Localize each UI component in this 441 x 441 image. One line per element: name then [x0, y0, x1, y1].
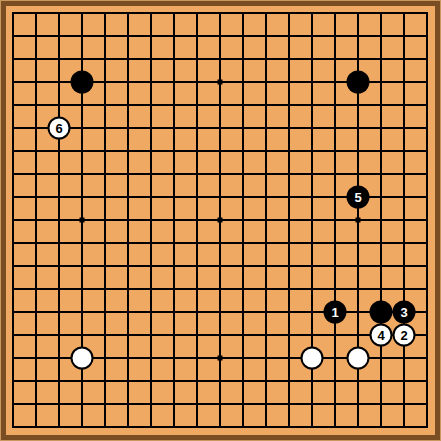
go-board: 651342	[0, 0, 441, 441]
star-point	[218, 218, 223, 223]
move-number: 6	[55, 122, 62, 135]
white-stone-Q4	[347, 347, 370, 370]
white-stone-R5: 4	[370, 324, 393, 347]
black-stone-Q16	[347, 71, 370, 94]
move-number: 2	[400, 329, 407, 342]
star-point	[356, 218, 361, 223]
white-stone-N4	[301, 347, 324, 370]
black-stone-R6	[370, 301, 393, 324]
black-stone-Q11: 5	[347, 186, 370, 209]
move-number: 3	[400, 306, 407, 319]
star-point	[218, 356, 223, 361]
move-number: 5	[354, 191, 361, 204]
white-stone-C14: 6	[48, 117, 71, 140]
white-stone-D4	[71, 347, 94, 370]
star-point	[218, 80, 223, 85]
white-stone-S5: 2	[393, 324, 416, 347]
black-stone-P6: 1	[324, 301, 347, 324]
black-stone-S6: 3	[393, 301, 416, 324]
move-number: 1	[331, 306, 338, 319]
star-point	[80, 218, 85, 223]
black-stone-D16	[71, 71, 94, 94]
move-number: 4	[377, 329, 384, 342]
